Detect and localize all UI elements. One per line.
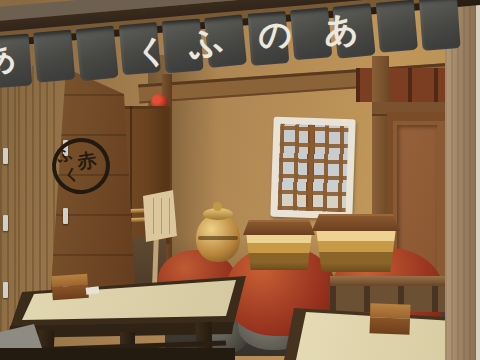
box-top bbox=[370, 303, 410, 318]
tatami-bench-left bbox=[8, 270, 260, 360]
floor-shadow bbox=[0, 348, 235, 360]
box-front bbox=[369, 317, 410, 335]
lattice-window bbox=[270, 117, 355, 220]
wooden-pot-lid bbox=[312, 214, 400, 231]
white-card bbox=[86, 286, 100, 294]
noren-panel bbox=[376, 0, 418, 53]
kettle-band bbox=[198, 236, 238, 240]
storefront-photo: ふ 赤 く bbox=[0, 0, 480, 360]
crest-character: 赤 bbox=[76, 150, 97, 171]
noren-character: の bbox=[257, 16, 294, 52]
brass-pot bbox=[316, 228, 396, 272]
bench-back-rail bbox=[330, 276, 456, 286]
noren-panel bbox=[76, 26, 119, 82]
door-hinge bbox=[63, 208, 68, 224]
noren-character: あ bbox=[0, 41, 17, 74]
wooden-box bbox=[369, 303, 410, 334]
wooden-box bbox=[51, 274, 89, 300]
brass-pot bbox=[246, 232, 312, 270]
door-hinge bbox=[3, 215, 8, 231]
noren-panel bbox=[419, 0, 461, 51]
wooden-pot-lid bbox=[243, 220, 315, 235]
window-lattice bbox=[278, 124, 349, 212]
crest-character: ふ bbox=[56, 147, 73, 164]
sign-text-strokes bbox=[149, 198, 171, 234]
kettle-knob bbox=[213, 202, 222, 211]
box-front bbox=[52, 285, 89, 301]
noren-panel bbox=[33, 30, 75, 83]
noren-character: く bbox=[135, 34, 169, 68]
door-hinge bbox=[3, 148, 8, 164]
noren-character: あ bbox=[323, 11, 360, 47]
noren-character: ふ bbox=[186, 23, 225, 62]
crest-character: く bbox=[63, 166, 80, 183]
